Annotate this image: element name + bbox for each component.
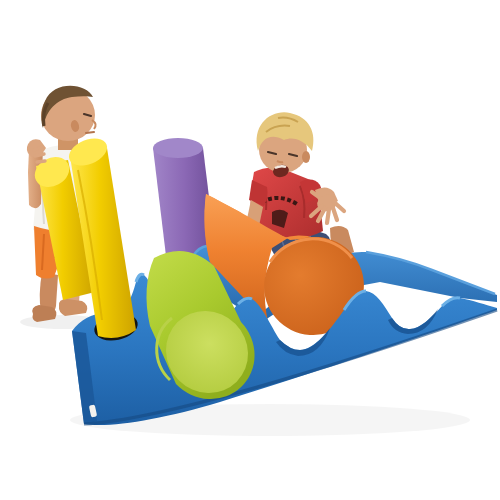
left-child-mouth [86,132,94,133]
softplay-photo [0,0,500,500]
right-child-ear [302,151,310,163]
purple-cylinder-top [153,138,203,158]
photo-canvas [0,0,500,500]
